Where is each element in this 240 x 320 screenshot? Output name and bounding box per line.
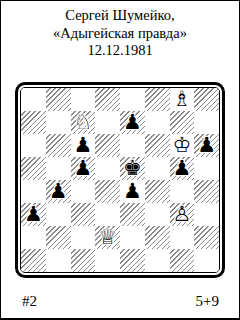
black-pawn-c6: ♟ (73, 134, 92, 157)
square-c8 (71, 88, 96, 111)
black-pawn-a3: ♟ (24, 203, 43, 226)
square-d6 (95, 134, 120, 157)
square-g8: ♗ (170, 88, 195, 111)
white-pawn-g3: ♙ (172, 203, 191, 226)
white-king-g6: ♔ (172, 134, 191, 157)
square-g5: ♟ (170, 157, 195, 180)
square-g6: ♔ (170, 134, 195, 157)
square-f1 (145, 249, 170, 272)
square-d2: ♕ (95, 226, 120, 249)
square-e1 (120, 249, 145, 272)
square-f8 (145, 88, 170, 111)
square-a5 (21, 157, 46, 180)
square-d1 (95, 249, 120, 272)
date-line: 12.12.1981 (1, 42, 239, 60)
square-c7: ♘ (71, 111, 96, 134)
square-f6 (145, 134, 170, 157)
square-b4: ♟ (46, 180, 71, 203)
square-b6 (46, 134, 71, 157)
square-f3 (145, 203, 170, 226)
square-c6: ♟ (71, 134, 96, 157)
square-f2 (145, 226, 170, 249)
square-h7 (194, 111, 219, 134)
white-knight-c7: ♘ (73, 111, 92, 134)
square-g1 (170, 249, 195, 272)
square-c3 (71, 203, 96, 226)
square-d4 (95, 180, 120, 203)
square-f4 (145, 180, 170, 203)
square-h3 (194, 203, 219, 226)
white-bishop-g8: ♗ (172, 88, 191, 111)
black-pawn-g5: ♟ (172, 157, 191, 180)
source-line: «Адыгейская правда» (1, 25, 239, 43)
white-queen-d2: ♕ (98, 226, 117, 249)
square-a2 (21, 226, 46, 249)
square-g7 (170, 111, 195, 134)
square-e4: ♟ (120, 180, 145, 203)
material-count: 5+9 (196, 293, 219, 310)
square-b2 (46, 226, 71, 249)
black-king-e5: ♚ (123, 157, 142, 180)
black-pawn-e4: ♟ (123, 180, 142, 203)
square-d5 (95, 157, 120, 180)
square-h8 (194, 88, 219, 111)
square-e6 (120, 134, 145, 157)
square-c1 (71, 249, 96, 272)
stipulation-label: #2 (22, 293, 37, 310)
square-e5: ♚ (120, 157, 145, 180)
square-c2 (71, 226, 96, 249)
square-a7 (21, 111, 46, 134)
square-a8 (21, 88, 46, 111)
square-a6 (21, 134, 46, 157)
black-pawn-e7: ♟ (123, 111, 142, 134)
square-e7: ♟ (120, 111, 145, 134)
square-b7 (46, 111, 71, 134)
square-e2 (120, 226, 145, 249)
square-c4 (71, 180, 96, 203)
board-grid: ♗♘♟♟♔♟♟♚♟♟♟♟♙♕ (21, 88, 219, 272)
square-f7 (145, 111, 170, 134)
black-pawn-b4: ♟ (49, 180, 68, 203)
square-a3: ♟ (21, 203, 46, 226)
black-pawn-h6: ♟ (197, 134, 216, 157)
square-a1 (21, 249, 46, 272)
square-h1 (194, 249, 219, 272)
square-b8 (46, 88, 71, 111)
square-h5 (194, 157, 219, 180)
square-f5 (145, 157, 170, 180)
square-a4 (21, 180, 46, 203)
black-pawn-c5: ♟ (73, 157, 92, 180)
author-line: Сергей Шумейко, (1, 7, 239, 25)
square-h4 (194, 180, 219, 203)
square-g4 (170, 180, 195, 203)
square-b1 (46, 249, 71, 272)
board-inner-border: ♗♘♟♟♔♟♟♚♟♟♟♟♙♕ (20, 87, 220, 273)
square-b5 (46, 157, 71, 180)
square-d3 (95, 203, 120, 226)
problem-header: Сергей Шумейко, «Адыгейская правда» 12.1… (1, 1, 239, 60)
square-c5: ♟ (71, 157, 96, 180)
square-d7 (95, 111, 120, 134)
square-h2 (194, 226, 219, 249)
board-frame: ♗♘♟♟♔♟♟♚♟♟♟♟♙♕ (15, 82, 225, 278)
square-h6: ♟ (194, 134, 219, 157)
problem-footer: #2 5+9 (1, 293, 239, 310)
square-e3 (120, 203, 145, 226)
square-d8 (95, 88, 120, 111)
square-g3: ♙ (170, 203, 195, 226)
square-e8 (120, 88, 145, 111)
square-g2 (170, 226, 195, 249)
square-b3 (46, 203, 71, 226)
